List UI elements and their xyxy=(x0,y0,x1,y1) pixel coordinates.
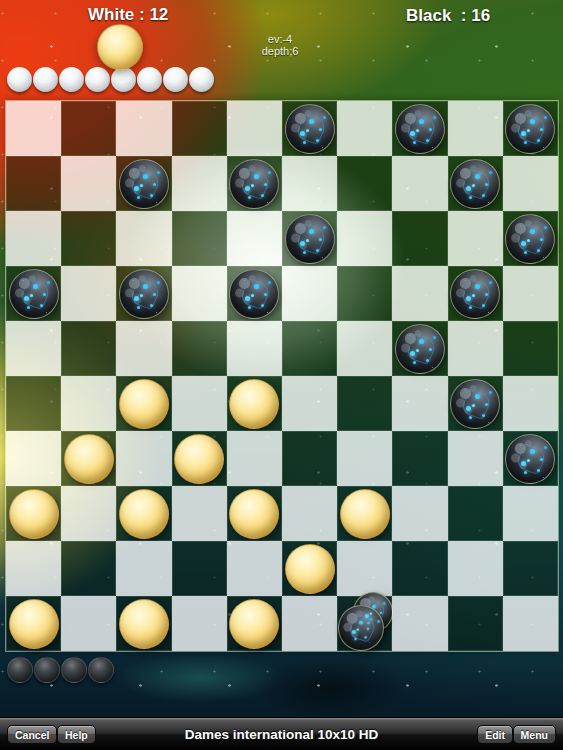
white-piece[interactable] xyxy=(119,599,169,649)
piece-network-dots-icon xyxy=(466,296,471,301)
black-piece[interactable] xyxy=(395,104,445,154)
square-40[interactable] xyxy=(448,486,503,541)
square-28[interactable] xyxy=(227,376,282,431)
square-light[interactable] xyxy=(392,156,447,211)
white-piece[interactable] xyxy=(229,379,279,429)
square-light[interactable] xyxy=(282,156,337,211)
piece-network-dots-icon xyxy=(521,131,526,136)
square-light[interactable] xyxy=(61,266,116,321)
piece-network-dots-icon xyxy=(365,614,369,618)
square-18[interactable] xyxy=(227,266,282,321)
square-29[interactable] xyxy=(337,376,392,431)
square-7[interactable] xyxy=(116,156,171,211)
black-piece[interactable] xyxy=(505,104,555,154)
square-19[interactable] xyxy=(337,266,392,321)
square-32[interactable] xyxy=(172,431,227,486)
square-31[interactable] xyxy=(61,431,116,486)
piece-network-dots-icon xyxy=(466,186,471,191)
square-light[interactable] xyxy=(227,431,282,486)
square-15[interactable] xyxy=(503,211,558,266)
square-light[interactable] xyxy=(6,321,61,376)
black-piece[interactable] xyxy=(285,104,335,154)
edit-button[interactable]: Edit xyxy=(477,725,513,744)
square-light[interactable] xyxy=(337,211,392,266)
square-8[interactable] xyxy=(227,156,282,211)
square-light[interactable] xyxy=(392,266,447,321)
square-light[interactable] xyxy=(282,266,337,321)
square-4[interactable] xyxy=(392,101,447,156)
square-41[interactable] xyxy=(61,541,116,596)
square-45[interactable] xyxy=(503,541,558,596)
square-36[interactable] xyxy=(6,486,61,541)
captured-black-ball xyxy=(61,657,87,683)
square-12[interactable] xyxy=(172,211,227,266)
square-6[interactable] xyxy=(6,156,61,211)
square-light[interactable] xyxy=(282,596,337,651)
square-light[interactable] xyxy=(282,376,337,431)
engine-eval: ev:-4 depth;6 xyxy=(226,33,334,57)
square-light[interactable] xyxy=(227,541,282,596)
square-light[interactable] xyxy=(172,376,227,431)
square-14[interactable] xyxy=(392,211,447,266)
black-king[interactable] xyxy=(340,599,390,649)
square-light[interactable] xyxy=(448,321,503,376)
square-light[interactable] xyxy=(392,376,447,431)
piece-network-dots-icon xyxy=(300,241,305,246)
black-piece[interactable] xyxy=(229,269,279,319)
square-34[interactable] xyxy=(392,431,447,486)
white-piece[interactable] xyxy=(9,489,59,539)
square-44[interactable] xyxy=(392,541,447,596)
square-23[interactable] xyxy=(282,321,337,376)
square-49[interactable] xyxy=(337,596,392,651)
eval-depth: depth;6 xyxy=(226,45,334,57)
captured-white-ball xyxy=(85,67,110,92)
captured-white-ball xyxy=(137,67,162,92)
square-light[interactable] xyxy=(172,266,227,321)
square-27[interactable] xyxy=(116,376,171,431)
square-light[interactable] xyxy=(503,486,558,541)
square-light[interactable] xyxy=(337,541,392,596)
piece-network-dots-icon xyxy=(410,351,415,356)
square-22[interactable] xyxy=(172,321,227,376)
square-17[interactable] xyxy=(116,266,171,321)
square-light[interactable] xyxy=(6,101,61,156)
square-2[interactable] xyxy=(172,101,227,156)
black-piece[interactable] xyxy=(9,269,59,319)
square-light[interactable] xyxy=(227,101,282,156)
piece-network-dots-icon xyxy=(352,630,356,634)
black-score-label: Black : 16 xyxy=(406,6,490,26)
square-light[interactable] xyxy=(116,211,171,266)
square-light[interactable] xyxy=(503,596,558,651)
square-light[interactable] xyxy=(503,156,558,211)
black-piece[interactable] xyxy=(450,379,500,429)
piece-network-dots-icon xyxy=(134,186,139,191)
white-piece[interactable] xyxy=(64,434,114,484)
square-light[interactable] xyxy=(116,101,171,156)
square-20[interactable] xyxy=(448,266,503,321)
black-piece[interactable] xyxy=(505,434,555,484)
square-light[interactable] xyxy=(61,156,116,211)
square-10[interactable] xyxy=(448,156,503,211)
square-light[interactable] xyxy=(337,101,392,156)
white-piece[interactable] xyxy=(229,489,279,539)
captured-black-ball xyxy=(88,657,114,683)
square-16[interactable] xyxy=(6,266,61,321)
captured-white-ball xyxy=(7,67,32,92)
square-21[interactable] xyxy=(61,321,116,376)
captured-white-ball xyxy=(59,67,84,92)
piece-network-dots-icon xyxy=(410,131,415,136)
square-light[interactable] xyxy=(6,431,61,486)
square-38[interactable] xyxy=(227,486,282,541)
menu-button[interactable]: Menu xyxy=(513,725,556,744)
square-light[interactable] xyxy=(61,596,116,651)
black-piece[interactable] xyxy=(395,324,445,374)
square-42[interactable] xyxy=(172,541,227,596)
captured-black-ball xyxy=(34,657,60,683)
square-light[interactable] xyxy=(448,101,503,156)
square-3[interactable] xyxy=(282,101,337,156)
captured-white-ball xyxy=(163,67,188,92)
square-light[interactable] xyxy=(448,541,503,596)
square-light[interactable] xyxy=(448,431,503,486)
piece-network-dots-icon xyxy=(24,296,29,301)
square-light[interactable] xyxy=(6,541,61,596)
white-piece[interactable] xyxy=(119,379,169,429)
square-48[interactable] xyxy=(227,596,282,651)
captured-white-ball xyxy=(33,67,58,92)
white-score-label: White : 12 xyxy=(88,5,168,25)
square-light[interactable] xyxy=(116,541,171,596)
square-5[interactable] xyxy=(503,101,558,156)
square-9[interactable] xyxy=(337,156,392,211)
white-piece[interactable] xyxy=(9,599,59,649)
white-piece[interactable] xyxy=(174,434,224,484)
bottom-toolbar: Cancel Help Dames international 10x10 HD… xyxy=(0,717,563,750)
square-1[interactable] xyxy=(61,101,116,156)
square-13[interactable] xyxy=(282,211,337,266)
black-piece[interactable] xyxy=(505,214,555,264)
square-light[interactable] xyxy=(227,321,282,376)
piece-network-dots-icon xyxy=(300,131,305,136)
piece-network-dots-icon xyxy=(521,461,526,466)
black-piece[interactable] xyxy=(450,269,500,319)
square-light[interactable] xyxy=(503,376,558,431)
square-47[interactable] xyxy=(116,596,171,651)
white-piece[interactable] xyxy=(285,544,335,594)
piece-network-dots-icon xyxy=(245,186,250,191)
square-39[interactable] xyxy=(337,486,392,541)
square-light[interactable] xyxy=(227,211,282,266)
square-light[interactable] xyxy=(116,321,171,376)
board[interactable] xyxy=(5,100,559,652)
square-light[interactable] xyxy=(448,211,503,266)
square-light[interactable] xyxy=(172,596,227,651)
square-light[interactable] xyxy=(116,431,171,486)
square-30[interactable] xyxy=(448,376,503,431)
black-piece[interactable] xyxy=(338,605,384,651)
white-piece[interactable] xyxy=(229,599,279,649)
square-light[interactable] xyxy=(392,596,447,651)
square-24[interactable] xyxy=(392,321,447,376)
square-35[interactable] xyxy=(503,431,558,486)
square-50[interactable] xyxy=(448,596,503,651)
black-piece[interactable] xyxy=(119,159,169,209)
white-piece[interactable] xyxy=(119,489,169,539)
square-light[interactable] xyxy=(6,211,61,266)
square-26[interactable] xyxy=(6,376,61,431)
black-piece[interactable] xyxy=(450,159,500,209)
captured-white-ball xyxy=(111,67,136,92)
black-piece[interactable] xyxy=(119,269,169,319)
piece-network-dots-icon xyxy=(134,296,139,301)
square-light[interactable] xyxy=(61,486,116,541)
square-light[interactable] xyxy=(503,266,558,321)
square-light[interactable] xyxy=(337,431,392,486)
captured-tray-bottom xyxy=(7,657,114,683)
square-11[interactable] xyxy=(61,211,116,266)
captured-tray-top xyxy=(7,67,214,92)
square-light[interactable] xyxy=(337,321,392,376)
captured-white-ball xyxy=(189,67,214,92)
square-light[interactable] xyxy=(172,486,227,541)
black-piece[interactable] xyxy=(229,159,279,209)
captured-black-ball xyxy=(7,657,33,683)
square-46[interactable] xyxy=(6,596,61,651)
square-25[interactable] xyxy=(503,321,558,376)
square-43[interactable] xyxy=(282,541,337,596)
turn-indicator-white xyxy=(97,24,143,70)
piece-network-dots-icon xyxy=(245,296,250,301)
square-light[interactable] xyxy=(61,376,116,431)
eval-value: ev:-4 xyxy=(226,33,334,45)
square-light[interactable] xyxy=(172,156,227,211)
piece-network-dots-icon xyxy=(521,241,526,246)
square-light[interactable] xyxy=(392,486,447,541)
square-light[interactable] xyxy=(282,486,337,541)
black-piece[interactable] xyxy=(285,214,335,264)
square-37[interactable] xyxy=(116,486,171,541)
white-piece[interactable] xyxy=(340,489,390,539)
piece-network-dots-icon xyxy=(466,406,471,411)
square-33[interactable] xyxy=(282,431,337,486)
